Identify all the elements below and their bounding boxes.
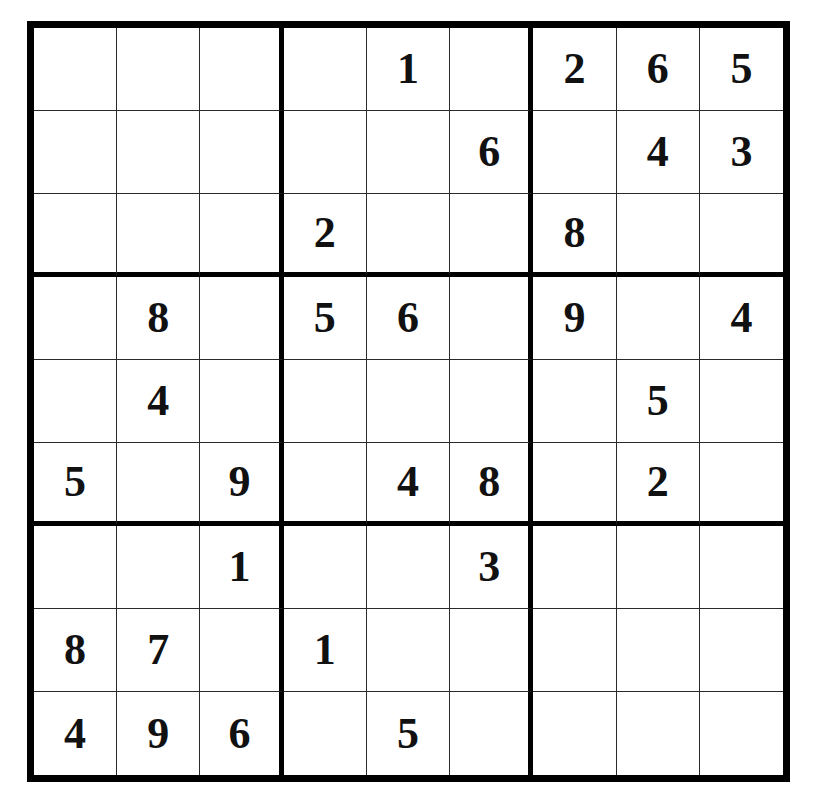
- cell-r8c8[interactable]: [617, 609, 700, 692]
- cell-r3c7[interactable]: 8: [533, 194, 616, 277]
- cell-r4c5[interactable]: 6: [367, 277, 450, 360]
- cell-r3c1[interactable]: [34, 194, 117, 277]
- cell-r3c2[interactable]: [117, 194, 200, 277]
- cell-r4c1[interactable]: [34, 277, 117, 360]
- cell-r6c9[interactable]: [700, 443, 783, 526]
- cell-r9c5[interactable]: 5: [367, 692, 450, 775]
- cell-r3c9[interactable]: [700, 194, 783, 277]
- cell-r4c6[interactable]: [450, 277, 533, 360]
- cell-r8c5[interactable]: [367, 609, 450, 692]
- cell-r1c5[interactable]: 1: [367, 28, 450, 111]
- cell-r8c7[interactable]: [533, 609, 616, 692]
- cell-r8c1[interactable]: 8: [34, 609, 117, 692]
- cell-r6c3[interactable]: 9: [200, 443, 283, 526]
- cell-r5c9[interactable]: [700, 360, 783, 443]
- cell-r8c2[interactable]: 7: [117, 609, 200, 692]
- cell-r7c3[interactable]: 1: [200, 526, 283, 609]
- cell-r1c2[interactable]: [117, 28, 200, 111]
- cell-r9c7[interactable]: [533, 692, 616, 775]
- cell-r8c4[interactable]: 1: [284, 609, 367, 692]
- cell-r3c4[interactable]: 2: [284, 194, 367, 277]
- cell-r2c7[interactable]: [533, 111, 616, 194]
- cell-r1c6[interactable]: [450, 28, 533, 111]
- cell-r7c5[interactable]: [367, 526, 450, 609]
- cell-r7c8[interactable]: [617, 526, 700, 609]
- cell-r6c2[interactable]: [117, 443, 200, 526]
- cell-r7c2[interactable]: [117, 526, 200, 609]
- cell-r4c7[interactable]: 9: [533, 277, 616, 360]
- cell-r9c4[interactable]: [284, 692, 367, 775]
- sudoku-board: 126564328856944559482138714965: [27, 21, 790, 782]
- cell-r7c7[interactable]: [533, 526, 616, 609]
- cell-r7c1[interactable]: [34, 526, 117, 609]
- cell-r9c3[interactable]: 6: [200, 692, 283, 775]
- cell-r2c1[interactable]: [34, 111, 117, 194]
- cell-r6c7[interactable]: [533, 443, 616, 526]
- sudoku-grid: 126564328856944559482138714965: [27, 21, 790, 782]
- cell-r5c1[interactable]: [34, 360, 117, 443]
- cell-r9c9[interactable]: [700, 692, 783, 775]
- cell-r2c2[interactable]: [117, 111, 200, 194]
- cell-r4c8[interactable]: [617, 277, 700, 360]
- cell-r3c5[interactable]: [367, 194, 450, 277]
- cell-r6c5[interactable]: 4: [367, 443, 450, 526]
- cell-r5c4[interactable]: [284, 360, 367, 443]
- cell-r1c8[interactable]: 6: [617, 28, 700, 111]
- cell-r1c7[interactable]: 2: [533, 28, 616, 111]
- cell-r7c6[interactable]: 3: [450, 526, 533, 609]
- cell-r7c9[interactable]: [700, 526, 783, 609]
- cell-r5c8[interactable]: 5: [617, 360, 700, 443]
- cell-r5c3[interactable]: [200, 360, 283, 443]
- cell-r8c9[interactable]: [700, 609, 783, 692]
- cell-r9c6[interactable]: [450, 692, 533, 775]
- cell-r2c9[interactable]: 3: [700, 111, 783, 194]
- cell-r2c8[interactable]: 4: [617, 111, 700, 194]
- cell-r1c1[interactable]: [34, 28, 117, 111]
- cell-r8c6[interactable]: [450, 609, 533, 692]
- cell-r7c4[interactable]: [284, 526, 367, 609]
- cell-r2c6[interactable]: 6: [450, 111, 533, 194]
- cell-r8c3[interactable]: [200, 609, 283, 692]
- cell-r6c6[interactable]: 8: [450, 443, 533, 526]
- cell-r2c3[interactable]: [200, 111, 283, 194]
- cell-r2c5[interactable]: [367, 111, 450, 194]
- cell-r9c8[interactable]: [617, 692, 700, 775]
- cell-r4c4[interactable]: 5: [284, 277, 367, 360]
- cell-r2c4[interactable]: [284, 111, 367, 194]
- cell-r5c7[interactable]: [533, 360, 616, 443]
- cell-r1c3[interactable]: [200, 28, 283, 111]
- cell-r4c9[interactable]: 4: [700, 277, 783, 360]
- cell-r6c1[interactable]: 5: [34, 443, 117, 526]
- cell-r3c8[interactable]: [617, 194, 700, 277]
- cell-r9c1[interactable]: 4: [34, 692, 117, 775]
- cell-r9c2[interactable]: 9: [117, 692, 200, 775]
- cell-r4c2[interactable]: 8: [117, 277, 200, 360]
- cell-r1c9[interactable]: 5: [700, 28, 783, 111]
- cell-r5c2[interactable]: 4: [117, 360, 200, 443]
- cell-r5c5[interactable]: [367, 360, 450, 443]
- cell-r5c6[interactable]: [450, 360, 533, 443]
- cell-r1c4[interactable]: [284, 28, 367, 111]
- cell-r3c3[interactable]: [200, 194, 283, 277]
- cell-r6c4[interactable]: [284, 443, 367, 526]
- cell-r3c6[interactable]: [450, 194, 533, 277]
- cell-r4c3[interactable]: [200, 277, 283, 360]
- cell-r6c8[interactable]: 2: [617, 443, 700, 526]
